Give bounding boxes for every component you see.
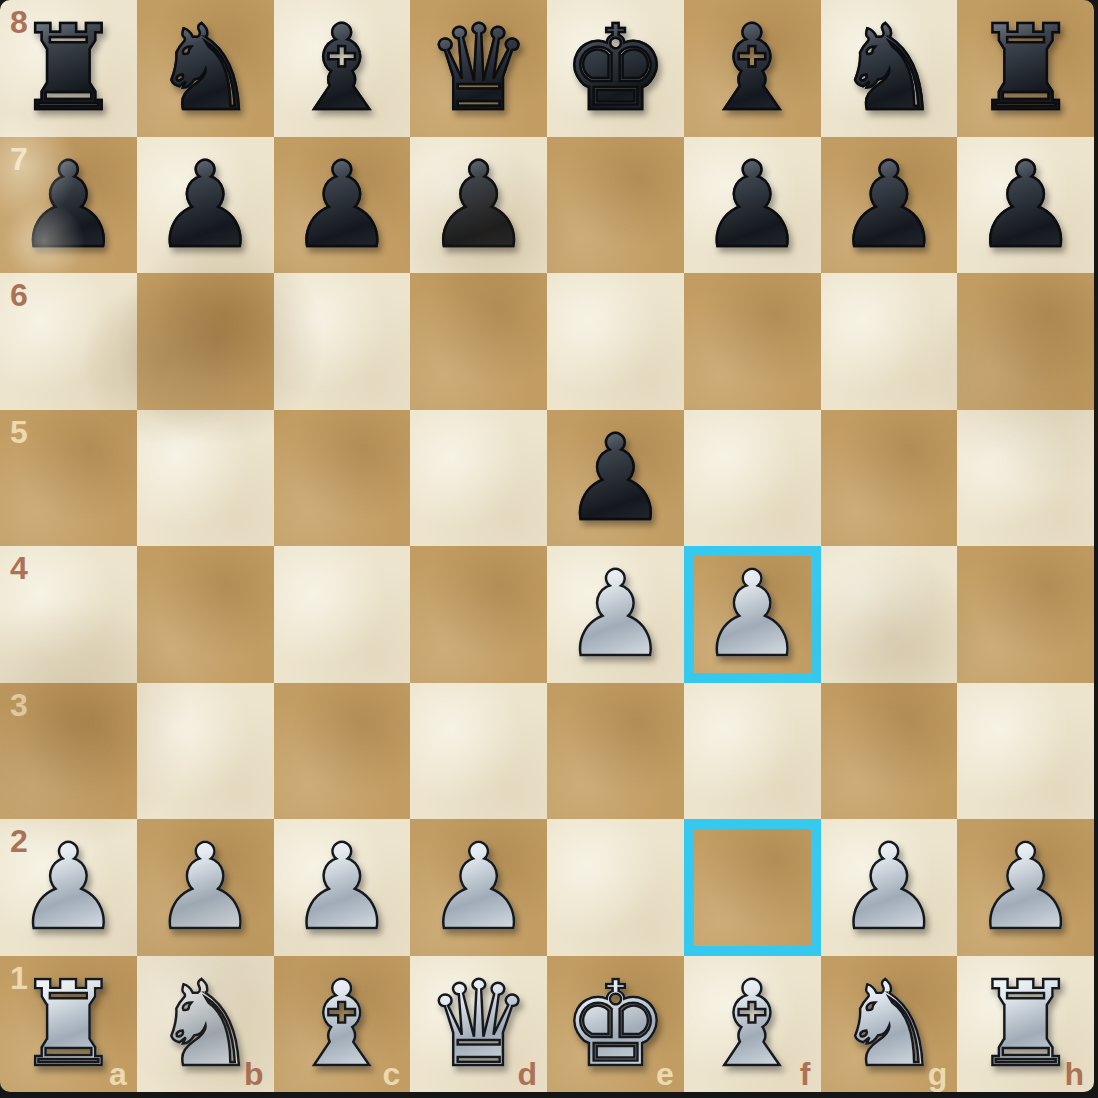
square-d6[interactable] <box>410 273 547 410</box>
square-g3[interactable] <box>821 683 958 820</box>
square-h3[interactable] <box>957 683 1094 820</box>
piece-black-pawn[interactable]: ♟ <box>836 146 942 264</box>
square-e4[interactable]: ♟ <box>547 546 684 683</box>
square-c3[interactable] <box>274 683 411 820</box>
square-d2[interactable]: ♟ <box>410 819 547 956</box>
square-d7[interactable]: ♟ <box>410 137 547 274</box>
piece-black-pawn[interactable]: ♟ <box>152 146 258 264</box>
square-e2[interactable] <box>547 819 684 956</box>
piece-black-rook[interactable]: ♜ <box>15 9 121 127</box>
square-a1[interactable]: 1a♜ <box>0 956 137 1093</box>
rank-label-4: 4 <box>10 552 28 584</box>
piece-white-king[interactable]: ♚ <box>562 965 668 1083</box>
square-d3[interactable] <box>410 683 547 820</box>
piece-black-king[interactable]: ♚ <box>562 9 668 127</box>
square-e3[interactable] <box>547 683 684 820</box>
piece-white-pawn[interactable]: ♟ <box>152 828 258 946</box>
piece-black-knight[interactable]: ♞ <box>152 9 258 127</box>
square-d8[interactable]: ♛ <box>410 0 547 137</box>
square-c4[interactable] <box>274 546 411 683</box>
piece-white-pawn[interactable]: ♟ <box>836 828 942 946</box>
square-a3[interactable]: 3 <box>0 683 137 820</box>
piece-white-pawn[interactable]: ♟ <box>426 828 532 946</box>
square-f2[interactable] <box>684 819 821 956</box>
square-b8[interactable]: ♞ <box>137 0 274 137</box>
square-a2[interactable]: 2♟ <box>0 819 137 956</box>
square-a6[interactable]: 6 <box>0 273 137 410</box>
square-f1[interactable]: f♝ <box>684 956 821 1093</box>
square-g8[interactable]: ♞ <box>821 0 958 137</box>
square-g2[interactable]: ♟ <box>821 819 958 956</box>
square-g5[interactable] <box>821 410 958 547</box>
square-f5[interactable] <box>684 410 821 547</box>
square-f8[interactable]: ♝ <box>684 0 821 137</box>
square-g7[interactable]: ♟ <box>821 137 958 274</box>
square-b2[interactable]: ♟ <box>137 819 274 956</box>
piece-black-pawn[interactable]: ♟ <box>426 146 532 264</box>
square-c5[interactable] <box>274 410 411 547</box>
square-c7[interactable]: ♟ <box>274 137 411 274</box>
square-b4[interactable] <box>137 546 274 683</box>
piece-black-pawn[interactable]: ♟ <box>289 146 395 264</box>
square-c8[interactable]: ♝ <box>274 0 411 137</box>
square-h7[interactable]: ♟ <box>957 137 1094 274</box>
piece-black-rook[interactable]: ♜ <box>973 9 1079 127</box>
square-c6[interactable] <box>274 273 411 410</box>
square-h5[interactable] <box>957 410 1094 547</box>
square-b1[interactable]: b♞ <box>137 956 274 1093</box>
rank-label-5: 5 <box>10 416 28 448</box>
square-a7[interactable]: 7♟ <box>0 137 137 274</box>
piece-white-pawn[interactable]: ♟ <box>973 828 1079 946</box>
square-d4[interactable] <box>410 546 547 683</box>
piece-white-pawn[interactable]: ♟ <box>15 828 121 946</box>
piece-black-queen[interactable]: ♛ <box>426 9 532 127</box>
piece-white-bishop[interactable]: ♝ <box>289 965 395 1083</box>
square-f7[interactable]: ♟ <box>684 137 821 274</box>
square-a4[interactable]: 4 <box>0 546 137 683</box>
square-h1[interactable]: h♜ <box>957 956 1094 1093</box>
piece-white-pawn[interactable]: ♟ <box>562 555 668 673</box>
square-h6[interactable] <box>957 273 1094 410</box>
piece-black-pawn[interactable]: ♟ <box>562 419 668 537</box>
piece-black-knight[interactable]: ♞ <box>836 9 942 127</box>
square-h4[interactable] <box>957 546 1094 683</box>
piece-white-rook[interactable]: ♜ <box>973 965 1079 1083</box>
square-b5[interactable] <box>137 410 274 547</box>
square-b6[interactable] <box>137 273 274 410</box>
piece-black-bishop[interactable]: ♝ <box>289 9 395 127</box>
square-e1[interactable]: e♚ <box>547 956 684 1093</box>
piece-white-bishop[interactable]: ♝ <box>699 965 805 1083</box>
square-g6[interactable] <box>821 273 958 410</box>
square-c1[interactable]: c♝ <box>274 956 411 1093</box>
square-f6[interactable] <box>684 273 821 410</box>
square-g4[interactable] <box>821 546 958 683</box>
piece-white-queen[interactable]: ♛ <box>426 965 532 1083</box>
square-h2[interactable]: ♟ <box>957 819 1094 956</box>
square-g1[interactable]: g♞ <box>821 956 958 1093</box>
square-e6[interactable] <box>547 273 684 410</box>
square-e8[interactable]: ♚ <box>547 0 684 137</box>
piece-black-bishop[interactable]: ♝ <box>699 9 805 127</box>
square-a5[interactable]: 5 <box>0 410 137 547</box>
rank-label-6: 6 <box>10 279 28 311</box>
square-e5[interactable]: ♟ <box>547 410 684 547</box>
square-b3[interactable] <box>137 683 274 820</box>
square-a8[interactable]: 8♜ <box>0 0 137 137</box>
square-f4[interactable]: ♟ <box>684 546 821 683</box>
square-e7[interactable] <box>547 137 684 274</box>
square-c2[interactable]: ♟ <box>274 819 411 956</box>
square-d5[interactable] <box>410 410 547 547</box>
square-b7[interactable]: ♟ <box>137 137 274 274</box>
piece-white-pawn[interactable]: ♟ <box>289 828 395 946</box>
rank-label-3: 3 <box>10 689 28 721</box>
piece-black-pawn[interactable]: ♟ <box>973 146 1079 264</box>
piece-white-knight[interactable]: ♞ <box>152 965 258 1083</box>
piece-black-pawn[interactable]: ♟ <box>15 146 121 264</box>
piece-white-rook[interactable]: ♜ <box>15 965 121 1083</box>
square-f3[interactable] <box>684 683 821 820</box>
piece-black-pawn[interactable]: ♟ <box>699 146 805 264</box>
chess-board: 8♜♞♝♛♚♝♞♜7♟♟♟♟♟♟♟65♟4♟♟32♟♟♟♟♟♟1a♜b♞c♝d♛… <box>0 0 1094 1092</box>
square-d1[interactable]: d♛ <box>410 956 547 1093</box>
piece-white-pawn[interactable]: ♟ <box>699 555 805 673</box>
piece-white-knight[interactable]: ♞ <box>836 965 942 1083</box>
square-h8[interactable]: ♜ <box>957 0 1094 137</box>
